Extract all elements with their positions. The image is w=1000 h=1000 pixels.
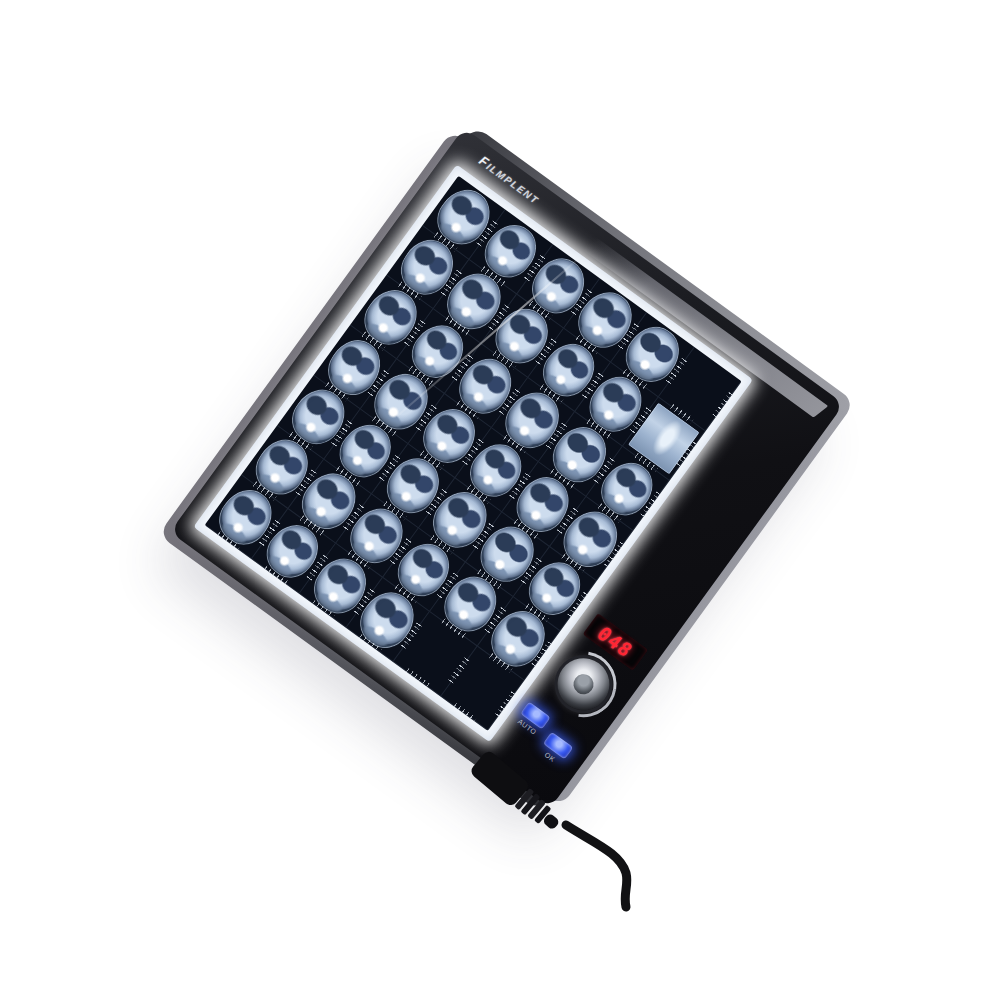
product-photo: FILMPLENT 048 AUTO OK	[0, 0, 1000, 1000]
power-plug-icon	[470, 749, 566, 838]
film-viewer-device: FILMPLENT 048 AUTO OK	[170, 128, 844, 809]
brightness-knob[interactable]	[547, 648, 620, 721]
power-cord	[470, 735, 730, 945]
